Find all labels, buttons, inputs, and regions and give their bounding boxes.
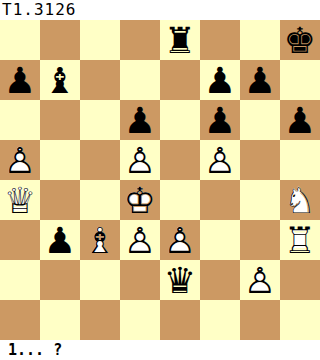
square-g1[interactable] [240, 300, 280, 340]
square-g8[interactable] [240, 20, 280, 60]
square-e2[interactable]: ♛ [160, 260, 200, 300]
piece-white-king[interactable]: ♚♔ [120, 180, 160, 220]
piece-white-pawn[interactable]: ♟♙ [120, 140, 160, 180]
piece-black-pawn[interactable]: ♟ [40, 220, 80, 260]
square-d5[interactable]: ♟♙ [120, 140, 160, 180]
square-b2[interactable] [40, 260, 80, 300]
square-e5[interactable] [160, 140, 200, 180]
square-c7[interactable] [80, 60, 120, 100]
square-g2[interactable]: ♟♙ [240, 260, 280, 300]
square-g3[interactable] [240, 220, 280, 260]
square-f8[interactable] [200, 20, 240, 60]
square-h3[interactable]: ♜♖ [280, 220, 320, 260]
square-c2[interactable] [80, 260, 120, 300]
square-h1[interactable] [280, 300, 320, 340]
square-d7[interactable] [120, 60, 160, 100]
square-e4[interactable] [160, 180, 200, 220]
square-a4[interactable]: ♛♕ [0, 180, 40, 220]
white-pawn-outline-glyph: ♙ [120, 220, 160, 260]
piece-white-pawn[interactable]: ♟♙ [160, 220, 200, 260]
move-prompt: 1... ? [0, 340, 320, 360]
square-e6[interactable] [160, 100, 200, 140]
square-d3[interactable]: ♟♙ [120, 220, 160, 260]
square-f3[interactable] [200, 220, 240, 260]
square-h6[interactable]: ♟ [280, 100, 320, 140]
square-g4[interactable] [240, 180, 280, 220]
square-b3[interactable]: ♟ [40, 220, 80, 260]
piece-black-pawn[interactable]: ♟ [200, 60, 240, 100]
square-d1[interactable] [120, 300, 160, 340]
white-pawn-outline-glyph: ♙ [0, 140, 40, 180]
square-a3[interactable] [0, 220, 40, 260]
piece-white-bishop[interactable]: ♝♗ [80, 220, 120, 260]
square-d4[interactable]: ♚♔ [120, 180, 160, 220]
white-pawn-outline-glyph: ♙ [200, 140, 240, 180]
piece-black-bishop[interactable]: ♝ [40, 60, 80, 100]
square-c1[interactable] [80, 300, 120, 340]
square-g6[interactable] [240, 100, 280, 140]
piece-white-pawn[interactable]: ♟♙ [120, 220, 160, 260]
square-b4[interactable] [40, 180, 80, 220]
square-c6[interactable] [80, 100, 120, 140]
square-b1[interactable] [40, 300, 80, 340]
square-b5[interactable] [40, 140, 80, 180]
piece-black-pawn[interactable]: ♟ [240, 60, 280, 100]
square-g7[interactable]: ♟ [240, 60, 280, 100]
square-d2[interactable] [120, 260, 160, 300]
square-f1[interactable] [200, 300, 240, 340]
chess-puzzle-app: T1.3126 ♜♚♟♝♟♟♟♟♟♟♙♟♙♟♙♛♕♚♔♞♘♟♝♗♟♙♟♙♜♖♛♟… [0, 0, 320, 360]
piece-white-queen[interactable]: ♛♕ [0, 180, 40, 220]
white-bishop-outline-glyph: ♗ [80, 220, 120, 260]
square-h5[interactable] [280, 140, 320, 180]
piece-white-pawn[interactable]: ♟♙ [0, 140, 40, 180]
square-e3[interactable]: ♟♙ [160, 220, 200, 260]
piece-black-pawn[interactable]: ♟ [0, 60, 40, 100]
white-knight-outline-glyph: ♘ [280, 180, 320, 220]
square-h4[interactable]: ♞♘ [280, 180, 320, 220]
square-f6[interactable]: ♟ [200, 100, 240, 140]
piece-white-pawn[interactable]: ♟♙ [240, 260, 280, 300]
square-b8[interactable] [40, 20, 80, 60]
piece-black-pawn[interactable]: ♟ [200, 100, 240, 140]
square-f5[interactable]: ♟♙ [200, 140, 240, 180]
square-c4[interactable] [80, 180, 120, 220]
square-d6[interactable]: ♟ [120, 100, 160, 140]
piece-black-pawn[interactable]: ♟ [120, 100, 160, 140]
square-h7[interactable] [280, 60, 320, 100]
square-a8[interactable] [0, 20, 40, 60]
square-a1[interactable] [0, 300, 40, 340]
square-a5[interactable]: ♟♙ [0, 140, 40, 180]
square-f4[interactable] [200, 180, 240, 220]
square-b6[interactable] [40, 100, 80, 140]
white-king-outline-glyph: ♔ [120, 180, 160, 220]
square-c5[interactable] [80, 140, 120, 180]
square-a2[interactable] [0, 260, 40, 300]
square-g5[interactable] [240, 140, 280, 180]
square-a7[interactable]: ♟ [0, 60, 40, 100]
square-b7[interactable]: ♝ [40, 60, 80, 100]
piece-black-queen[interactable]: ♛ [160, 260, 200, 300]
white-pawn-outline-glyph: ♙ [120, 140, 160, 180]
piece-white-pawn[interactable]: ♟♙ [200, 140, 240, 180]
white-pawn-outline-glyph: ♙ [240, 260, 280, 300]
piece-black-rook[interactable]: ♜ [160, 20, 200, 60]
piece-white-knight[interactable]: ♞♘ [280, 180, 320, 220]
square-e7[interactable] [160, 60, 200, 100]
square-f7[interactable]: ♟ [200, 60, 240, 100]
piece-white-rook[interactable]: ♜♖ [280, 220, 320, 260]
square-c8[interactable] [80, 20, 120, 60]
square-a6[interactable] [0, 100, 40, 140]
white-queen-outline-glyph: ♕ [0, 180, 40, 220]
white-rook-outline-glyph: ♖ [280, 220, 320, 260]
piece-black-king[interactable]: ♚ [280, 20, 320, 60]
square-h2[interactable] [280, 260, 320, 300]
square-f2[interactable] [200, 260, 240, 300]
chess-board: ♜♚♟♝♟♟♟♟♟♟♙♟♙♟♙♛♕♚♔♞♘♟♝♗♟♙♟♙♜♖♛♟♙ [0, 20, 320, 340]
square-c3[interactable]: ♝♗ [80, 220, 120, 260]
square-d8[interactable] [120, 20, 160, 60]
piece-black-pawn[interactable]: ♟ [280, 100, 320, 140]
square-e8[interactable]: ♜ [160, 20, 200, 60]
square-e1[interactable] [160, 300, 200, 340]
puzzle-title: T1.3126 [0, 0, 320, 20]
white-pawn-outline-glyph: ♙ [160, 220, 200, 260]
square-h8[interactable]: ♚ [280, 20, 320, 60]
